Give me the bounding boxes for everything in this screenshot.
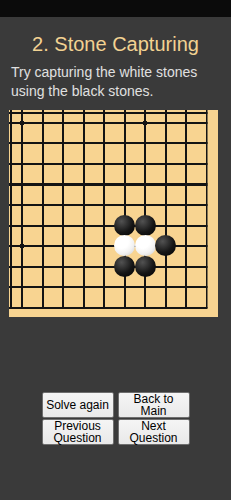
button-grid: Solve again Back to Main Previous Questi… (0, 392, 231, 445)
status-bar (0, 0, 231, 17)
white-stone (135, 235, 156, 256)
white-stone (114, 235, 135, 256)
instructions-line2: using the black stones. (11, 82, 197, 101)
black-stone (114, 215, 135, 236)
next-question-button[interactable]: Next Question (118, 419, 190, 445)
black-stone (135, 256, 156, 277)
back-to-main-button[interactable]: Back to Main (118, 392, 190, 418)
instructions-text: Try capturing the white stones using the… (11, 63, 197, 101)
black-stone (135, 215, 156, 236)
black-stone (155, 235, 176, 256)
solve-again-button[interactable]: Solve again (42, 392, 114, 418)
instructions-line1: Try capturing the white stones (11, 63, 197, 82)
previous-question-button[interactable]: Previous Question (42, 419, 114, 445)
black-stone (114, 256, 135, 277)
app-screen: 2. Stone Capturing Try capturing the whi… (0, 0, 231, 500)
go-board[interactable] (9, 110, 218, 317)
page-title: 2. Stone Capturing (0, 30, 231, 58)
